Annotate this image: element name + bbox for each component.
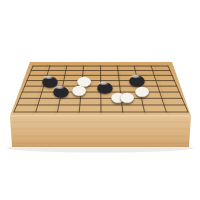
stones-layer: ●●●●●●●●●: [0, 0, 200, 200]
go-stone-white-G4: ●: [132, 84, 152, 99]
go-stone-white-F3: ●: [108, 90, 128, 105]
go-stone-black-C4: ●: [50, 83, 72, 99]
go-stone-white-G3: ●: [117, 90, 137, 105]
go-stone-black-G6: ●: [126, 72, 148, 88]
go-board-product-photo: ●●●●●●●●●: [0, 0, 200, 200]
go-stone-white-D6: ●: [74, 74, 94, 89]
go-stone-black-E5: ●: [94, 79, 116, 95]
go-stone-black-B6: ●: [39, 73, 61, 89]
go-stone-white-D4: ●: [69, 83, 89, 98]
